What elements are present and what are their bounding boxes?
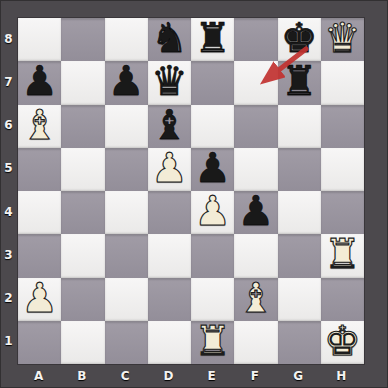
piece-black-pawn-e5[interactable]: ♟: [194, 147, 231, 190]
piece-white-queen-h8[interactable]: ♛: [324, 17, 361, 60]
square-c5[interactable]: [105, 148, 148, 191]
piece-black-knight-d8[interactable]: ♞: [151, 17, 188, 60]
file-label-e: E: [190, 365, 233, 387]
square-h6[interactable]: [321, 105, 364, 148]
square-a8[interactable]: [18, 18, 61, 61]
piece-black-pawn-f4[interactable]: ♟: [237, 190, 274, 233]
square-b5[interactable]: [61, 148, 104, 191]
piece-white-pawn-a2[interactable]: ♟: [21, 277, 58, 320]
square-h5[interactable]: [321, 148, 364, 191]
file-label-h: H: [320, 365, 363, 387]
square-a2[interactable]: ♟: [18, 278, 61, 321]
square-d6[interactable]: ♝: [148, 105, 191, 148]
square-b7[interactable]: [61, 61, 104, 104]
square-h8[interactable]: ♛: [321, 18, 364, 61]
square-g7[interactable]: ♜: [278, 61, 321, 104]
square-e5[interactable]: ♟: [191, 148, 234, 191]
square-d2[interactable]: [148, 278, 191, 321]
piece-white-bishop-a6[interactable]: ♝: [21, 104, 58, 147]
square-e1[interactable]: ♜: [191, 321, 234, 364]
piece-white-bishop-f2[interactable]: ♝: [237, 277, 274, 320]
square-b3[interactable]: [61, 234, 104, 277]
file-label-d: D: [147, 365, 190, 387]
square-f6[interactable]: [234, 105, 277, 148]
piece-black-pawn-a7[interactable]: ♟: [21, 60, 58, 103]
file-label-b: B: [60, 365, 103, 387]
piece-white-rook-e1[interactable]: ♜: [194, 320, 231, 363]
square-h2[interactable]: [321, 278, 364, 321]
square-f5[interactable]: [234, 148, 277, 191]
square-g1[interactable]: [278, 321, 321, 364]
square-d8[interactable]: ♞: [148, 18, 191, 61]
square-a7[interactable]: ♟: [18, 61, 61, 104]
square-d1[interactable]: [148, 321, 191, 364]
piece-white-pawn-e4[interactable]: ♟: [194, 190, 231, 233]
square-c8[interactable]: [105, 18, 148, 61]
square-a3[interactable]: [18, 234, 61, 277]
rank-label-2: 2: [0, 277, 17, 320]
rank-label-1: 1: [0, 320, 17, 363]
square-g5[interactable]: [278, 148, 321, 191]
rank-label-4: 4: [0, 190, 17, 233]
square-f8[interactable]: [234, 18, 277, 61]
piece-black-bishop-d6[interactable]: ♝: [151, 104, 188, 147]
rank-label-3: 3: [0, 233, 17, 276]
rank-label-6: 6: [0, 104, 17, 147]
square-a1[interactable]: [18, 321, 61, 364]
rank-label-5: 5: [0, 147, 17, 190]
square-g6[interactable]: [278, 105, 321, 148]
square-b4[interactable]: [61, 191, 104, 234]
chess-board[interactable]: ♞♜♚♛♟♟♛♜♝♝♟♟♟♟♜♟♝♜♚: [17, 17, 365, 365]
square-e8[interactable]: ♜: [191, 18, 234, 61]
piece-black-pawn-c7[interactable]: ♟: [108, 60, 145, 103]
square-c2[interactable]: [105, 278, 148, 321]
piece-white-rook-h3[interactable]: ♜: [324, 233, 361, 276]
square-a4[interactable]: [18, 191, 61, 234]
square-a5[interactable]: [18, 148, 61, 191]
square-f3[interactable]: [234, 234, 277, 277]
square-e2[interactable]: [191, 278, 234, 321]
piece-white-pawn-d5[interactable]: ♟: [151, 147, 188, 190]
square-g8[interactable]: ♚: [278, 18, 321, 61]
square-f4[interactable]: ♟: [234, 191, 277, 234]
piece-black-rook-e8[interactable]: ♜: [194, 17, 231, 60]
square-h3[interactable]: ♜: [321, 234, 364, 277]
piece-black-king-g8[interactable]: ♚: [281, 17, 318, 60]
square-d5[interactable]: ♟: [148, 148, 191, 191]
file-label-a: A: [17, 365, 60, 387]
piece-black-rook-g7[interactable]: ♜: [281, 60, 318, 103]
square-f2[interactable]: ♝: [234, 278, 277, 321]
square-f1[interactable]: [234, 321, 277, 364]
file-label-f: F: [233, 365, 276, 387]
piece-black-queen-d7[interactable]: ♛: [151, 60, 188, 103]
chessboard-frame: ♞♜♚♛♟♟♛♜♝♝♟♟♟♟♜♟♝♜♚ 87654321 ABCDEFGH: [0, 0, 388, 388]
square-a6[interactable]: ♝: [18, 105, 61, 148]
square-g4[interactable]: [278, 191, 321, 234]
square-g2[interactable]: [278, 278, 321, 321]
square-e3[interactable]: [191, 234, 234, 277]
square-g3[interactable]: [278, 234, 321, 277]
square-b1[interactable]: [61, 321, 104, 364]
square-h7[interactable]: [321, 61, 364, 104]
square-d3[interactable]: [148, 234, 191, 277]
square-f7[interactable]: [234, 61, 277, 104]
square-d7[interactable]: ♛: [148, 61, 191, 104]
square-e4[interactable]: ♟: [191, 191, 234, 234]
square-c1[interactable]: [105, 321, 148, 364]
square-e6[interactable]: [191, 105, 234, 148]
square-h4[interactable]: [321, 191, 364, 234]
rank-label-8: 8: [0, 17, 17, 60]
square-b6[interactable]: [61, 105, 104, 148]
square-e7[interactable]: [191, 61, 234, 104]
square-c7[interactable]: ♟: [105, 61, 148, 104]
square-c6[interactable]: [105, 105, 148, 148]
square-b8[interactable]: [61, 18, 104, 61]
square-c3[interactable]: [105, 234, 148, 277]
file-label-c: C: [104, 365, 147, 387]
file-label-g: G: [277, 365, 320, 387]
square-d4[interactable]: [148, 191, 191, 234]
piece-white-king-h1[interactable]: ♚: [324, 320, 361, 363]
rank-label-7: 7: [0, 60, 17, 103]
square-b2[interactable]: [61, 278, 104, 321]
square-c4[interactable]: [105, 191, 148, 234]
square-h1[interactable]: ♚: [321, 321, 364, 364]
